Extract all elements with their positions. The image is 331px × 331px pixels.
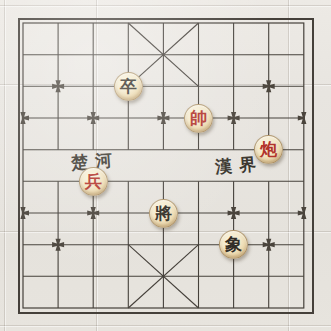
red-general[interactable]: 帥 <box>184 104 213 133</box>
xiangqi-board[interactable]: 楚河 漢界 卒帥炮兵將象 <box>0 0 331 331</box>
black-soldier[interactable]: 卒 <box>114 72 143 101</box>
red-cannon[interactable]: 炮 <box>254 135 283 164</box>
pieces-grid: 卒帥炮兵將象 <box>5 7 321 324</box>
black-general[interactable]: 將 <box>149 199 178 228</box>
red-soldier[interactable]: 兵 <box>79 167 108 196</box>
paper-background: 楚河 漢界 卒帥炮兵將象 <box>0 0 331 331</box>
black-elephant[interactable]: 象 <box>219 230 248 259</box>
